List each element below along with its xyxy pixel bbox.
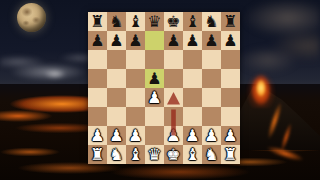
square-c3[interactable]	[126, 107, 145, 126]
square-b1[interactable]: ♞	[107, 145, 126, 164]
square-d2[interactable]	[145, 126, 164, 145]
square-h4[interactable]	[221, 88, 240, 107]
square-a7[interactable]: ♟	[88, 31, 107, 50]
square-h6[interactable]	[221, 50, 240, 69]
piece-black-pawn[interactable]: ♟	[126, 31, 145, 50]
piece-black-queen[interactable]: ♛	[145, 12, 164, 31]
square-g6[interactable]	[202, 50, 221, 69]
piece-white-pawn[interactable]: ♟	[126, 126, 145, 145]
piece-white-knight[interactable]: ♞	[202, 145, 221, 164]
square-h2[interactable]: ♟	[221, 126, 240, 145]
square-g7[interactable]: ♟	[202, 31, 221, 50]
piece-black-rook[interactable]: ♜	[221, 12, 240, 31]
square-c5[interactable]	[126, 69, 145, 88]
piece-black-pawn[interactable]: ♟	[164, 31, 183, 50]
square-f4[interactable]	[183, 88, 202, 107]
square-d4[interactable]: ♟	[145, 88, 164, 107]
piece-black-pawn[interactable]: ♟	[202, 31, 221, 50]
square-d3[interactable]	[145, 107, 164, 126]
square-f7[interactable]: ♟	[183, 31, 202, 50]
piece-white-pawn[interactable]: ♟	[164, 126, 183, 145]
piece-black-bishop[interactable]: ♝	[126, 12, 145, 31]
piece-black-knight[interactable]: ♞	[107, 12, 126, 31]
chess-board[interactable]: ♜♞♝♛♚♝♞♜♟♟♟♟♟♟♟♟♟♟♟♟♟♟♟♟♜♞♝♛♚♝♞♜	[88, 12, 240, 164]
piece-white-pawn[interactable]: ♟	[88, 126, 107, 145]
square-g3[interactable]	[202, 107, 221, 126]
square-e1[interactable]: ♚	[164, 145, 183, 164]
square-h5[interactable]	[221, 69, 240, 88]
piece-white-pawn[interactable]: ♟	[145, 88, 164, 107]
square-a4[interactable]	[88, 88, 107, 107]
square-h3[interactable]	[221, 107, 240, 126]
square-b8[interactable]: ♞	[107, 12, 126, 31]
square-d7[interactable]	[145, 31, 164, 50]
piece-black-pawn[interactable]: ♟	[145, 69, 164, 88]
square-f8[interactable]: ♝	[183, 12, 202, 31]
square-d5[interactable]: ♟	[145, 69, 164, 88]
square-b6[interactable]	[107, 50, 126, 69]
piece-black-king[interactable]: ♚	[164, 12, 183, 31]
square-h1[interactable]: ♜	[221, 145, 240, 164]
volcano-background: ♜♞♝♛♚♝♞♜♟♟♟♟♟♟♟♟♟♟♟♟♟♟♟♟♜♞♝♛♚♝♞♜	[0, 0, 320, 180]
piece-black-pawn[interactable]: ♟	[107, 31, 126, 50]
piece-black-knight[interactable]: ♞	[202, 12, 221, 31]
square-a5[interactable]	[88, 69, 107, 88]
square-b5[interactable]	[107, 69, 126, 88]
piece-black-bishop[interactable]: ♝	[183, 12, 202, 31]
piece-black-pawn[interactable]: ♟	[221, 31, 240, 50]
square-b3[interactable]	[107, 107, 126, 126]
square-c8[interactable]: ♝	[126, 12, 145, 31]
square-d1[interactable]: ♛	[145, 145, 164, 164]
square-g2[interactable]: ♟	[202, 126, 221, 145]
piece-black-rook[interactable]: ♜	[88, 12, 107, 31]
square-f1[interactable]: ♝	[183, 145, 202, 164]
square-d8[interactable]: ♛	[145, 12, 164, 31]
square-b7[interactable]: ♟	[107, 31, 126, 50]
piece-white-king[interactable]: ♚	[164, 145, 183, 164]
piece-black-pawn[interactable]: ♟	[88, 31, 107, 50]
square-a8[interactable]: ♜	[88, 12, 107, 31]
square-f5[interactable]	[183, 69, 202, 88]
square-b2[interactable]: ♟	[107, 126, 126, 145]
square-h8[interactable]: ♜	[221, 12, 240, 31]
square-g8[interactable]: ♞	[202, 12, 221, 31]
piece-white-queen[interactable]: ♛	[145, 145, 164, 164]
square-d6[interactable]	[145, 50, 164, 69]
square-c7[interactable]: ♟	[126, 31, 145, 50]
square-e2[interactable]: ♟	[164, 126, 183, 145]
piece-white-bishop[interactable]: ♝	[183, 145, 202, 164]
square-g1[interactable]: ♞	[202, 145, 221, 164]
square-e7[interactable]: ♟	[164, 31, 183, 50]
piece-white-knight[interactable]: ♞	[107, 145, 126, 164]
square-a1[interactable]: ♜	[88, 145, 107, 164]
square-b4[interactable]	[107, 88, 126, 107]
square-e3[interactable]	[164, 107, 183, 126]
square-e5[interactable]	[164, 69, 183, 88]
piece-white-bishop[interactable]: ♝	[126, 145, 145, 164]
square-e4[interactable]	[164, 88, 183, 107]
square-a3[interactable]	[88, 107, 107, 126]
moon	[17, 3, 46, 32]
piece-white-pawn[interactable]: ♟	[107, 126, 126, 145]
square-a6[interactable]	[88, 50, 107, 69]
square-g5[interactable]	[202, 69, 221, 88]
piece-white-rook[interactable]: ♜	[88, 145, 107, 164]
square-g4[interactable]	[202, 88, 221, 107]
square-h7[interactable]: ♟	[221, 31, 240, 50]
square-e8[interactable]: ♚	[164, 12, 183, 31]
square-f3[interactable]	[183, 107, 202, 126]
square-c1[interactable]: ♝	[126, 145, 145, 164]
square-a2[interactable]: ♟	[88, 126, 107, 145]
piece-black-pawn[interactable]: ♟	[183, 31, 202, 50]
piece-white-pawn[interactable]: ♟	[221, 126, 240, 145]
piece-white-rook[interactable]: ♜	[221, 145, 240, 164]
square-c4[interactable]	[126, 88, 145, 107]
square-c2[interactable]: ♟	[126, 126, 145, 145]
square-f2[interactable]: ♟	[183, 126, 202, 145]
square-c6[interactable]	[126, 50, 145, 69]
piece-white-pawn[interactable]: ♟	[202, 126, 221, 145]
square-e6[interactable]	[164, 50, 183, 69]
piece-white-pawn[interactable]: ♟	[183, 126, 202, 145]
square-f6[interactable]	[183, 50, 202, 69]
chess-board-container: ♜♞♝♛♚♝♞♜♟♟♟♟♟♟♟♟♟♟♟♟♟♟♟♟♜♞♝♛♚♝♞♜	[88, 12, 240, 164]
